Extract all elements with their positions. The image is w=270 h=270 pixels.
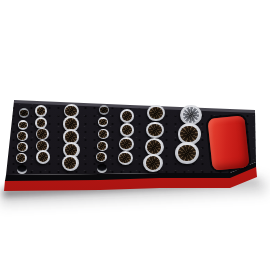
socket-bore bbox=[65, 106, 76, 116]
socket-col-1-row-3 bbox=[17, 131, 28, 141]
socket-col-4-row-2 bbox=[98, 117, 108, 126]
empty-socket-cavity-col-4 bbox=[97, 164, 107, 173]
socket-bore bbox=[146, 156, 161, 170]
socket-col-5-row-4 bbox=[118, 151, 133, 165]
socket-col-1-row-4 bbox=[17, 142, 28, 152]
socket-bore bbox=[183, 107, 199, 122]
socket-bore bbox=[149, 107, 162, 120]
socket-bore bbox=[147, 140, 161, 153]
socket-bore bbox=[120, 139, 131, 149]
socket-bore bbox=[18, 143, 26, 151]
socket-col-2-row-5 bbox=[36, 150, 50, 163]
socket-bore bbox=[18, 132, 26, 140]
socket-bore bbox=[64, 157, 77, 169]
socket-col-4-row-1 bbox=[99, 105, 109, 114]
socket-bore bbox=[65, 118, 77, 129]
socket-col-7-row-3 bbox=[175, 142, 199, 165]
socket-col-4-row-4 bbox=[97, 141, 108, 151]
socket-col-4-row-5 bbox=[96, 152, 107, 162]
socket-bore bbox=[98, 142, 106, 150]
socket-bore bbox=[99, 119, 106, 126]
socket-bore bbox=[37, 141, 47, 150]
socket-bore bbox=[119, 153, 130, 163]
empty-socket-cavity-col-1 bbox=[17, 165, 27, 174]
product-photo bbox=[0, 0, 270, 270]
socket-bore bbox=[20, 110, 27, 117]
socket-bore bbox=[122, 111, 132, 121]
socket-col-3-row-5 bbox=[62, 155, 79, 171]
socket-bore bbox=[37, 107, 46, 115]
socket-col-1-row-1 bbox=[19, 108, 29, 117]
socket-bore bbox=[180, 126, 197, 142]
socket-col-1-row-2 bbox=[18, 120, 28, 129]
socket-col-4-row-3 bbox=[98, 129, 109, 139]
socket-col-5-row-2 bbox=[120, 123, 134, 136]
socket-col-2-row-1 bbox=[35, 105, 47, 116]
socket-bore bbox=[37, 119, 46, 127]
socket-col-1-row-5 bbox=[16, 153, 27, 163]
socket-col-2-row-3 bbox=[36, 128, 49, 140]
socket-bore bbox=[65, 131, 77, 142]
socket-bore bbox=[97, 153, 105, 161]
socket-bore bbox=[122, 125, 132, 135]
socket-bore bbox=[38, 152, 48, 162]
socket-col-5-row-1 bbox=[120, 109, 134, 122]
socket-bore bbox=[178, 145, 196, 162]
socket-bore bbox=[17, 154, 25, 162]
tool-recess bbox=[207, 115, 249, 171]
socket-col-5-row-3 bbox=[119, 137, 134, 151]
socket-bore bbox=[100, 107, 107, 114]
socket-bore bbox=[148, 124, 161, 137]
socket-col-2-row-2 bbox=[35, 117, 47, 128]
socket-bore bbox=[37, 129, 47, 138]
socket-bore bbox=[99, 130, 107, 138]
socket-bore bbox=[19, 122, 26, 129]
